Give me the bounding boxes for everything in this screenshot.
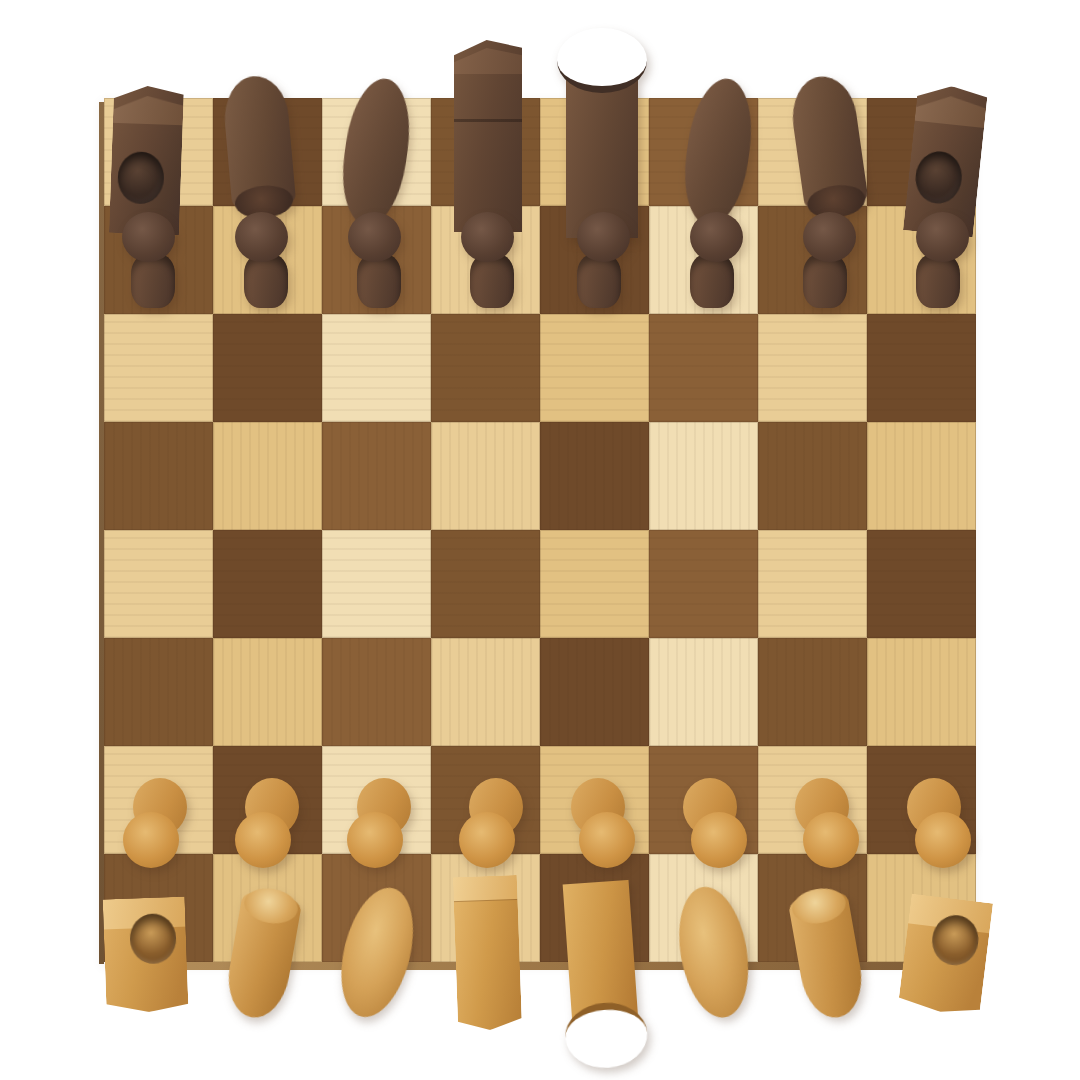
white-pawn[interactable]	[683, 778, 747, 868]
block-top-face	[454, 48, 522, 74]
square-a5[interactable]	[104, 422, 213, 530]
rook-hole	[117, 151, 165, 205]
pawn-head	[916, 212, 969, 262]
pawn-head	[577, 212, 630, 262]
square-f6[interactable]	[649, 314, 758, 422]
rook-hole	[913, 149, 964, 206]
white-pawn[interactable]	[795, 778, 859, 868]
square-g5[interactable]	[758, 422, 867, 530]
pawn-head	[690, 212, 743, 262]
pawn-head	[461, 212, 514, 262]
pawn-head	[347, 812, 403, 868]
square-e5[interactable]	[540, 422, 649, 530]
square-e3[interactable]	[540, 638, 649, 746]
white-pawn[interactable]	[907, 778, 971, 868]
square-b4[interactable]	[213, 530, 322, 638]
black-pawn[interactable]	[120, 212, 180, 310]
square-b6[interactable]	[213, 314, 322, 422]
black-pawn[interactable]	[233, 212, 293, 310]
square-h3[interactable]	[867, 638, 976, 746]
white-queen[interactable]	[453, 875, 522, 1031]
square-d3[interactable]	[431, 638, 540, 746]
white-pawn[interactable]	[459, 778, 523, 868]
pawn-body	[577, 254, 621, 308]
black-queen[interactable]	[454, 40, 522, 232]
square-a4[interactable]	[104, 530, 213, 638]
pawn-body	[244, 254, 288, 308]
pawn-body	[357, 254, 401, 308]
white-pawn[interactable]	[235, 778, 299, 868]
pawn-head	[691, 812, 747, 868]
black-pawn[interactable]	[685, 212, 745, 310]
block-top-face	[113, 95, 184, 125]
pawn-head	[235, 212, 288, 262]
pawn-head	[122, 212, 175, 262]
king-concave-end	[563, 1000, 649, 1071]
pawn-head	[579, 812, 635, 868]
black-pawn[interactable]	[346, 212, 406, 310]
pawn-head	[803, 812, 859, 868]
square-h4[interactable]	[867, 530, 976, 638]
block-top-face	[453, 875, 518, 901]
square-d5[interactable]	[431, 422, 540, 530]
white-rook[interactable]	[898, 894, 993, 1017]
square-c4[interactable]	[322, 530, 431, 638]
square-d4[interactable]	[431, 530, 540, 638]
square-d6[interactable]	[431, 314, 540, 422]
king-concave-end	[557, 28, 646, 93]
white-pawn[interactable]	[571, 778, 635, 868]
pawn-head	[348, 212, 401, 262]
rook-hole	[129, 913, 177, 965]
square-f4[interactable]	[649, 530, 758, 638]
square-h6[interactable]	[867, 314, 976, 422]
square-e6[interactable]	[540, 314, 649, 422]
white-rook[interactable]	[103, 897, 189, 1014]
square-b3[interactable]	[213, 638, 322, 746]
square-f3[interactable]	[649, 638, 758, 746]
black-pawn[interactable]	[459, 212, 519, 310]
square-c5[interactable]	[322, 422, 431, 530]
pawn-body	[470, 254, 514, 308]
black-pawn[interactable]	[911, 212, 971, 310]
square-g3[interactable]	[758, 638, 867, 746]
black-pawn[interactable]	[798, 212, 858, 310]
white-pawn[interactable]	[123, 778, 187, 868]
pawn-body	[690, 254, 734, 308]
pawn-head	[803, 212, 856, 262]
pawn-head	[915, 812, 971, 868]
white-king[interactable]	[563, 880, 640, 1038]
square-c6[interactable]	[322, 314, 431, 422]
black-pawn[interactable]	[572, 212, 632, 310]
square-f5[interactable]	[649, 422, 758, 530]
photo-background	[0, 0, 1080, 1080]
square-e4[interactable]	[540, 530, 649, 638]
pawn-head	[459, 812, 515, 868]
pawn-head	[123, 812, 179, 868]
block-top-face	[915, 93, 988, 128]
pawn-head	[235, 812, 291, 868]
square-a6[interactable]	[104, 314, 213, 422]
square-c3[interactable]	[322, 638, 431, 746]
square-g4[interactable]	[758, 530, 867, 638]
pawn-body	[803, 254, 847, 308]
square-g6[interactable]	[758, 314, 867, 422]
square-a3[interactable]	[104, 638, 213, 746]
square-h5[interactable]	[867, 422, 976, 530]
pawn-body	[131, 254, 175, 308]
pawn-body	[916, 254, 960, 308]
black-knight[interactable]	[221, 74, 296, 213]
square-b5[interactable]	[213, 422, 322, 530]
white-pawn[interactable]	[347, 778, 411, 868]
